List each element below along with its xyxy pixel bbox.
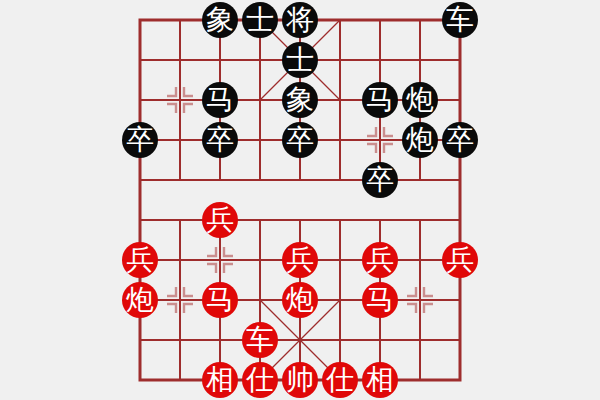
piece-red-soldier[interactable]: 兵 — [202, 202, 238, 238]
piece-layer: 象士将车士马象马炮卒卒卒炮卒卒兵兵兵兵兵炮马炮马车相仕帅仕相 — [120, 0, 480, 400]
xiangqi-diagram: 象士将车士马象马炮卒卒卒炮卒卒兵兵兵兵兵炮马炮马车相仕帅仕相 — [0, 0, 600, 400]
piece-black-advisor[interactable]: 士 — [282, 42, 318, 78]
piece-red-soldier[interactable]: 兵 — [122, 242, 158, 278]
piece-red-general[interactable]: 帅 — [282, 362, 318, 398]
piece-black-horse[interactable]: 马 — [362, 82, 398, 118]
piece-red-cannon[interactable]: 炮 — [122, 282, 158, 318]
xiangqi-board: 象士将车士马象马炮卒卒卒炮卒卒兵兵兵兵兵炮马炮马车相仕帅仕相 — [140, 20, 460, 380]
piece-red-soldier[interactable]: 兵 — [442, 242, 478, 278]
piece-red-soldier[interactable]: 兵 — [362, 242, 398, 278]
piece-black-cannon[interactable]: 炮 — [402, 122, 438, 158]
piece-black-elephant[interactable]: 象 — [282, 82, 318, 118]
piece-red-horse[interactable]: 马 — [202, 282, 238, 318]
piece-black-soldier[interactable]: 卒 — [442, 122, 478, 158]
piece-black-horse[interactable]: 马 — [202, 82, 238, 118]
piece-black-elephant[interactable]: 象 — [202, 2, 238, 38]
piece-red-horse[interactable]: 马 — [362, 282, 398, 318]
piece-black-soldier[interactable]: 卒 — [282, 122, 318, 158]
piece-black-soldier[interactable]: 卒 — [202, 122, 238, 158]
piece-black-soldier[interactable]: 卒 — [362, 162, 398, 198]
piece-red-chariot[interactable]: 车 — [242, 322, 278, 358]
piece-red-advisor[interactable]: 仕 — [322, 362, 358, 398]
piece-black-cannon[interactable]: 炮 — [402, 82, 438, 118]
piece-black-soldier[interactable]: 卒 — [122, 122, 158, 158]
piece-black-general[interactable]: 将 — [282, 2, 318, 38]
piece-black-chariot[interactable]: 车 — [442, 2, 478, 38]
piece-red-advisor[interactable]: 仕 — [242, 362, 278, 398]
piece-red-soldier[interactable]: 兵 — [282, 242, 318, 278]
piece-red-elephant[interactable]: 相 — [202, 362, 238, 398]
piece-red-elephant[interactable]: 相 — [362, 362, 398, 398]
piece-black-advisor[interactable]: 士 — [242, 2, 278, 38]
piece-red-cannon[interactable]: 炮 — [282, 282, 318, 318]
